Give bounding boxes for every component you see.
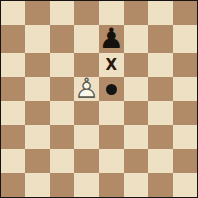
square-b2[interactable] [25,149,49,173]
square-e3[interactable] [99,125,124,149]
square-d7[interactable] [74,25,98,53]
square-g1[interactable] [148,173,172,197]
square-f1[interactable] [124,173,148,197]
square-c6[interactable] [50,53,74,77]
square-c1[interactable] [50,173,74,197]
square-d1[interactable] [74,173,98,197]
square-g2[interactable] [148,149,172,173]
square-c4[interactable] [50,101,74,125]
square-h4[interactable] [173,101,197,125]
black-pawn-e7: ♟ [99,25,124,53]
square-f3[interactable] [124,125,148,149]
square-c7[interactable] [50,25,74,53]
square-h5[interactable] [173,77,197,101]
x-marker-e6: X [105,58,117,73]
square-a7[interactable] [1,25,25,53]
square-b4[interactable] [25,101,49,125]
white-pawn-d5: ♟♙ [74,77,98,101]
square-f2[interactable] [124,149,148,173]
dot-marker-e5 [106,84,117,95]
square-b3[interactable] [25,125,49,149]
square-f5[interactable] [124,77,148,101]
square-e2[interactable] [99,149,124,173]
square-h8[interactable] [173,1,197,25]
white-pawn-outline: ♙ [74,77,98,101]
square-d4[interactable] [74,101,98,125]
square-b7[interactable] [25,25,49,53]
square-c3[interactable] [50,125,74,149]
square-d6[interactable] [74,53,98,77]
square-d2[interactable] [74,149,98,173]
square-e7[interactable]: ♟ [99,25,124,53]
square-h2[interactable] [173,149,197,173]
square-h7[interactable] [173,25,197,53]
square-a4[interactable] [1,101,25,125]
square-g4[interactable] [148,101,172,125]
square-g6[interactable] [148,53,172,77]
square-a5[interactable] [1,77,25,101]
square-a2[interactable] [1,149,25,173]
square-c5[interactable] [50,77,74,101]
square-a3[interactable] [1,125,25,149]
square-h1[interactable] [173,173,197,197]
square-c2[interactable] [50,149,74,173]
square-g3[interactable] [148,125,172,149]
square-a6[interactable] [1,53,25,77]
square-d8[interactable] [74,1,98,25]
square-c8[interactable] [50,1,74,25]
square-a1[interactable] [1,173,25,197]
square-g7[interactable] [148,25,172,53]
square-e8[interactable] [99,1,124,25]
square-b5[interactable] [25,77,49,101]
square-e5[interactable] [99,77,124,101]
square-g5[interactable] [148,77,172,101]
square-e6[interactable]: X [99,53,124,77]
square-d3[interactable] [74,125,98,149]
square-d5[interactable]: ♟♙ [74,77,98,101]
square-a8[interactable] [1,1,25,25]
square-b6[interactable] [25,53,49,77]
square-b1[interactable] [25,173,49,197]
square-h6[interactable] [173,53,197,77]
square-e1[interactable] [99,173,124,197]
square-g8[interactable] [148,1,172,25]
square-f4[interactable] [124,101,148,125]
white-pawn-fill: ♟ [74,77,98,101]
square-f8[interactable] [124,1,148,25]
square-h3[interactable] [173,125,197,149]
square-e4[interactable] [99,101,124,125]
square-f7[interactable] [124,25,148,53]
square-b8[interactable] [25,1,49,25]
chess-board: ♟X♟♙ [0,0,198,198]
square-f6[interactable] [124,53,148,77]
